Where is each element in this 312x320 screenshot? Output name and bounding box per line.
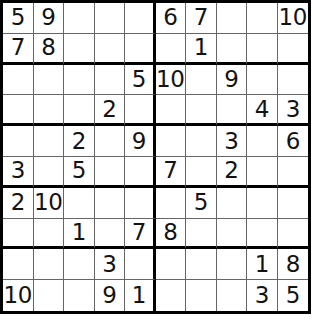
cell-r8c8[interactable] <box>217 219 248 250</box>
cell-r9c8[interactable] <box>217 249 248 280</box>
cell-r3c1[interactable] <box>3 65 34 96</box>
cell-r10c4[interactable]: 9 <box>95 280 126 311</box>
cell-r9c5[interactable] <box>125 249 156 280</box>
cell-r3c6[interactable]: 10 <box>156 65 187 96</box>
cell-r6c4[interactable] <box>95 157 126 188</box>
cell-r8c10[interactable] <box>278 219 309 250</box>
cell-r6c9[interactable] <box>247 157 278 188</box>
cell-r7c9[interactable] <box>247 188 278 219</box>
cell-r2c6[interactable] <box>156 34 187 65</box>
cell-r2c5[interactable] <box>125 34 156 65</box>
cell-r7c1[interactable]: 2 <box>3 188 34 219</box>
cell-r4c7[interactable] <box>186 95 217 126</box>
cell-r1c9[interactable] <box>247 3 278 34</box>
cell-r8c3[interactable]: 1 <box>64 219 95 250</box>
cell-r4c8[interactable] <box>217 95 248 126</box>
cell-r10c3[interactable] <box>64 280 95 311</box>
cell-r1c10[interactable]: 10 <box>278 3 309 34</box>
cell-r9c1[interactable] <box>3 249 34 280</box>
cell-r4c6[interactable] <box>156 95 187 126</box>
cell-r3c8[interactable]: 9 <box>217 65 248 96</box>
cell-r6c5[interactable] <box>125 157 156 188</box>
cell-r1c3[interactable] <box>64 3 95 34</box>
cell-r4c1[interactable] <box>3 95 34 126</box>
cell-r9c3[interactable] <box>64 249 95 280</box>
cell-r1c4[interactable] <box>95 3 126 34</box>
cell-r5c9[interactable] <box>247 126 278 157</box>
sudoku-board: 5967107815109243293635722105178318109135 <box>0 0 311 314</box>
cell-r5c4[interactable] <box>95 126 126 157</box>
cell-r10c6[interactable] <box>156 280 187 311</box>
cell-r7c8[interactable] <box>217 188 248 219</box>
cell-r6c1[interactable]: 3 <box>3 157 34 188</box>
cell-r4c3[interactable] <box>64 95 95 126</box>
cell-r6c7[interactable] <box>186 157 217 188</box>
cell-r1c7[interactable]: 7 <box>186 3 217 34</box>
cell-r10c2[interactable] <box>34 280 65 311</box>
cell-r5c7[interactable] <box>186 126 217 157</box>
cell-r2c4[interactable] <box>95 34 126 65</box>
cell-r1c6[interactable]: 6 <box>156 3 187 34</box>
cell-r1c5[interactable] <box>125 3 156 34</box>
cell-r2c2[interactable]: 8 <box>34 34 65 65</box>
cell-r3c5[interactable]: 5 <box>125 65 156 96</box>
cell-r9c2[interactable] <box>34 249 65 280</box>
cell-r10c10[interactable]: 5 <box>278 280 309 311</box>
cell-r2c9[interactable] <box>247 34 278 65</box>
cell-r7c4[interactable] <box>95 188 126 219</box>
cell-r7c6[interactable] <box>156 188 187 219</box>
cell-r4c9[interactable]: 4 <box>247 95 278 126</box>
cell-r9c10[interactable]: 8 <box>278 249 309 280</box>
cell-r8c4[interactable] <box>95 219 126 250</box>
cell-r10c8[interactable] <box>217 280 248 311</box>
cell-r8c6[interactable]: 8 <box>156 219 187 250</box>
cell-r7c5[interactable] <box>125 188 156 219</box>
cell-r3c7[interactable] <box>186 65 217 96</box>
cell-r5c8[interactable]: 3 <box>217 126 248 157</box>
cell-r8c2[interactable] <box>34 219 65 250</box>
cell-r4c2[interactable] <box>34 95 65 126</box>
cell-r9c4[interactable]: 3 <box>95 249 126 280</box>
cell-r2c3[interactable] <box>64 34 95 65</box>
cell-r3c4[interactable] <box>95 65 126 96</box>
cell-r9c7[interactable] <box>186 249 217 280</box>
cell-r2c1[interactable]: 7 <box>3 34 34 65</box>
cell-r5c3[interactable]: 2 <box>64 126 95 157</box>
cell-r2c7[interactable]: 1 <box>186 34 217 65</box>
cell-r10c1[interactable]: 10 <box>3 280 34 311</box>
cell-r3c9[interactable] <box>247 65 278 96</box>
cell-r9c9[interactable]: 1 <box>247 249 278 280</box>
cell-r10c5[interactable]: 1 <box>125 280 156 311</box>
cell-r7c3[interactable] <box>64 188 95 219</box>
cell-r5c10[interactable]: 6 <box>278 126 309 157</box>
cell-r5c1[interactable] <box>3 126 34 157</box>
cell-r6c10[interactable] <box>278 157 309 188</box>
cell-r4c5[interactable] <box>125 95 156 126</box>
cell-r5c6[interactable] <box>156 126 187 157</box>
cell-r10c7[interactable] <box>186 280 217 311</box>
cell-r5c5[interactable]: 9 <box>125 126 156 157</box>
cell-r6c2[interactable] <box>34 157 65 188</box>
cell-r8c5[interactable]: 7 <box>125 219 156 250</box>
cell-r3c2[interactable] <box>34 65 65 96</box>
cell-r3c3[interactable] <box>64 65 95 96</box>
cell-r8c9[interactable] <box>247 219 278 250</box>
cell-r2c10[interactable] <box>278 34 309 65</box>
cell-r6c8[interactable]: 2 <box>217 157 248 188</box>
cell-r8c7[interactable] <box>186 219 217 250</box>
cell-r2c8[interactable] <box>217 34 248 65</box>
cell-r6c6[interactable]: 7 <box>156 157 187 188</box>
cell-r5c2[interactable] <box>34 126 65 157</box>
cell-r4c10[interactable]: 3 <box>278 95 309 126</box>
cell-r7c10[interactable] <box>278 188 309 219</box>
cell-r9c6[interactable] <box>156 249 187 280</box>
cell-r8c1[interactable] <box>3 219 34 250</box>
cell-r1c1[interactable]: 5 <box>3 3 34 34</box>
cell-r7c2[interactable]: 10 <box>34 188 65 219</box>
cell-r4c4[interactable]: 2 <box>95 95 126 126</box>
cell-r7c7[interactable]: 5 <box>186 188 217 219</box>
cell-r1c8[interactable] <box>217 3 248 34</box>
cell-r3c10[interactable] <box>278 65 309 96</box>
cell-r6c3[interactable]: 5 <box>64 157 95 188</box>
cell-r1c2[interactable]: 9 <box>34 3 65 34</box>
cell-r10c9[interactable]: 3 <box>247 280 278 311</box>
